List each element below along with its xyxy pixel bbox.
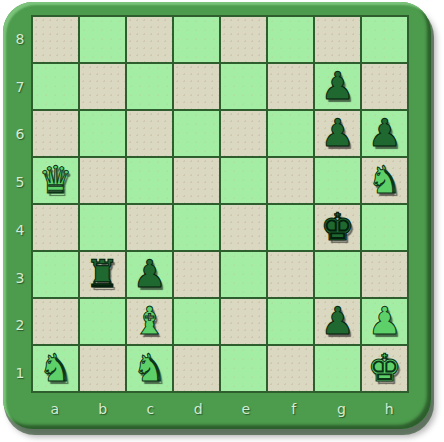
- file-label: c: [127, 398, 175, 420]
- piece-black-pawn[interactable]: ♟: [367, 111, 401, 156]
- piece-white-knight[interactable]: ♞: [38, 346, 72, 391]
- piece-white-bishop[interactable]: ♝: [132, 299, 166, 344]
- piece-black-pawn[interactable]: ♟: [320, 111, 354, 156]
- piece-white-king[interactable]: ♚: [367, 346, 401, 391]
- square-h3[interactable]: [362, 252, 407, 297]
- square-h8[interactable]: [362, 17, 407, 62]
- square-c6[interactable]: [127, 111, 172, 156]
- square-f2[interactable]: [268, 299, 313, 344]
- square-c3[interactable]: ♟: [127, 252, 172, 297]
- square-h2[interactable]: ♟: [362, 299, 407, 344]
- square-a8[interactable]: [33, 17, 78, 62]
- square-a4[interactable]: [33, 205, 78, 250]
- piece-black-pawn[interactable]: ♟: [132, 252, 166, 297]
- square-c2[interactable]: ♝: [127, 299, 172, 344]
- file-label: f: [270, 398, 318, 420]
- square-b5[interactable]: [80, 158, 125, 203]
- square-d3[interactable]: [174, 252, 219, 297]
- square-d2[interactable]: [174, 299, 219, 344]
- square-g2[interactable]: ♟: [315, 299, 360, 344]
- square-d8[interactable]: [174, 17, 219, 62]
- piece-black-king[interactable]: ♚: [320, 205, 354, 250]
- square-b8[interactable]: [80, 17, 125, 62]
- rank-label: 8: [10, 15, 30, 63]
- rank-label: 6: [10, 111, 30, 159]
- board-frame: 87654321 abcdefgh ♟♟♟♛♞♚♜♟♝♟♟♞♞♚: [3, 2, 431, 429]
- square-b3[interactable]: ♜: [80, 252, 125, 297]
- rank-label: 3: [10, 254, 30, 302]
- square-b7[interactable]: [80, 64, 125, 109]
- square-c5[interactable]: [127, 158, 172, 203]
- square-a1[interactable]: ♞: [33, 346, 78, 391]
- rank-label: 7: [10, 63, 30, 111]
- square-e8[interactable]: [221, 17, 266, 62]
- square-d6[interactable]: [174, 111, 219, 156]
- square-e6[interactable]: [221, 111, 266, 156]
- square-d1[interactable]: [174, 346, 219, 391]
- file-label: a: [31, 398, 79, 420]
- square-f6[interactable]: [268, 111, 313, 156]
- square-h4[interactable]: [362, 205, 407, 250]
- file-label: e: [222, 398, 270, 420]
- piece-white-queen[interactable]: ♛: [38, 158, 72, 203]
- rank-labels: 87654321: [10, 15, 30, 397]
- square-a2[interactable]: [33, 299, 78, 344]
- square-d4[interactable]: [174, 205, 219, 250]
- square-b4[interactable]: [80, 205, 125, 250]
- file-label: d: [174, 398, 222, 420]
- square-f4[interactable]: [268, 205, 313, 250]
- square-h6[interactable]: ♟: [362, 111, 407, 156]
- square-a3[interactable]: [33, 252, 78, 297]
- chess-board: ♟♟♟♛♞♚♜♟♝♟♟♞♞♚: [31, 15, 409, 393]
- square-e5[interactable]: [221, 158, 266, 203]
- square-g3[interactable]: [315, 252, 360, 297]
- square-c4[interactable]: [127, 205, 172, 250]
- square-b6[interactable]: [80, 111, 125, 156]
- rank-label: 2: [10, 302, 30, 350]
- square-e7[interactable]: [221, 64, 266, 109]
- square-c8[interactable]: [127, 17, 172, 62]
- square-f3[interactable]: [268, 252, 313, 297]
- piece-black-rook[interactable]: ♜: [85, 252, 119, 297]
- file-label: b: [79, 398, 127, 420]
- square-g5[interactable]: [315, 158, 360, 203]
- square-f8[interactable]: [268, 17, 313, 62]
- file-label: h: [365, 398, 413, 420]
- square-g1[interactable]: [315, 346, 360, 391]
- piece-white-knight[interactable]: ♞: [367, 158, 401, 203]
- rank-label: 5: [10, 158, 30, 206]
- square-g4[interactable]: ♚: [315, 205, 360, 250]
- square-e2[interactable]: [221, 299, 266, 344]
- piece-white-knight[interactable]: ♞: [132, 346, 166, 391]
- square-d7[interactable]: [174, 64, 219, 109]
- square-f7[interactable]: [268, 64, 313, 109]
- square-f5[interactable]: [268, 158, 313, 203]
- square-e4[interactable]: [221, 205, 266, 250]
- rank-label: 4: [10, 206, 30, 254]
- square-e3[interactable]: [221, 252, 266, 297]
- square-b2[interactable]: [80, 299, 125, 344]
- square-g8[interactable]: [315, 17, 360, 62]
- square-h1[interactable]: ♚: [362, 346, 407, 391]
- square-f1[interactable]: [268, 346, 313, 391]
- square-c7[interactable]: [127, 64, 172, 109]
- piece-white-pawn[interactable]: ♟: [367, 299, 401, 344]
- file-label: g: [318, 398, 366, 420]
- square-e1[interactable]: [221, 346, 266, 391]
- piece-black-pawn[interactable]: ♟: [320, 64, 354, 109]
- square-d5[interactable]: [174, 158, 219, 203]
- rank-label: 1: [10, 349, 30, 397]
- square-h7[interactable]: [362, 64, 407, 109]
- piece-black-pawn[interactable]: ♟: [320, 299, 354, 344]
- square-h5[interactable]: ♞: [362, 158, 407, 203]
- square-g6[interactable]: ♟: [315, 111, 360, 156]
- square-a5[interactable]: ♛: [33, 158, 78, 203]
- square-c1[interactable]: ♞: [127, 346, 172, 391]
- square-b1[interactable]: [80, 346, 125, 391]
- square-a6[interactable]: [33, 111, 78, 156]
- file-labels: abcdefgh: [31, 398, 413, 420]
- square-a7[interactable]: [33, 64, 78, 109]
- square-g7[interactable]: ♟: [315, 64, 360, 109]
